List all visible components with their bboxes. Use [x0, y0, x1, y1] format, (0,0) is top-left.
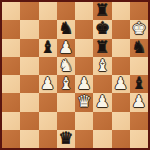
square-d3[interactable]	[57, 93, 75, 111]
square-g4[interactable]: ♟	[112, 75, 130, 93]
white-pawn-piece: ♟	[77, 75, 92, 93]
square-e3[interactable]: ♛	[75, 93, 93, 111]
square-b2[interactable]	[20, 112, 38, 130]
black-knight-piece: ♞	[58, 20, 73, 38]
square-c8[interactable]	[39, 2, 57, 20]
square-d6[interactable]: ♟	[57, 39, 75, 57]
square-a7[interactable]	[2, 20, 20, 38]
square-f7[interactable]: ♚	[93, 20, 111, 38]
square-b7[interactable]	[20, 20, 38, 38]
square-a6[interactable]	[2, 39, 20, 57]
white-king-piece: ♚	[131, 20, 146, 38]
square-b8[interactable]	[20, 2, 38, 20]
square-h4[interactable]: ♝	[130, 75, 148, 93]
square-a5[interactable]	[2, 57, 20, 75]
square-d8[interactable]	[57, 2, 75, 20]
square-b6[interactable]	[20, 39, 38, 57]
square-b1[interactable]	[20, 130, 38, 148]
white-pawn-piece: ♟	[58, 38, 73, 56]
square-a1[interactable]	[2, 130, 20, 148]
black-rook-piece: ♜	[95, 38, 110, 56]
square-c7[interactable]	[39, 20, 57, 38]
black-rook-piece: ♜	[95, 2, 110, 20]
square-e1[interactable]	[75, 130, 93, 148]
board-grid: ♜♞♚♚♝♟♜♞♞♝♟♝♟♟♝♛♟♟♛	[0, 0, 150, 150]
square-e6[interactable]	[75, 39, 93, 57]
black-bishop-piece: ♝	[40, 38, 55, 56]
square-a4[interactable]	[2, 75, 20, 93]
square-e4[interactable]: ♟	[75, 75, 93, 93]
square-c5[interactable]	[39, 57, 57, 75]
square-d1[interactable]: ♛	[57, 130, 75, 148]
square-c1[interactable]	[39, 130, 57, 148]
square-b3[interactable]	[20, 93, 38, 111]
square-f2[interactable]	[93, 112, 111, 130]
square-h7[interactable]: ♚	[130, 20, 148, 38]
white-bishop-piece: ♝	[58, 75, 73, 93]
square-g7[interactable]	[112, 20, 130, 38]
square-g1[interactable]	[112, 130, 130, 148]
square-b4[interactable]	[20, 75, 38, 93]
square-d5[interactable]: ♞	[57, 57, 75, 75]
square-d7[interactable]: ♞	[57, 20, 75, 38]
square-f5[interactable]: ♝	[93, 57, 111, 75]
square-g3[interactable]	[112, 93, 130, 111]
white-pawn-piece: ♟	[113, 75, 128, 93]
square-h1[interactable]	[130, 130, 148, 148]
square-h5[interactable]	[130, 57, 148, 75]
square-f6[interactable]: ♜	[93, 39, 111, 57]
square-e8[interactable]	[75, 2, 93, 20]
black-king-piece: ♚	[95, 20, 110, 38]
square-g8[interactable]	[112, 2, 130, 20]
square-h6[interactable]: ♞	[130, 39, 148, 57]
square-f3[interactable]: ♟	[93, 93, 111, 111]
square-e7[interactable]	[75, 20, 93, 38]
white-queen-piece: ♛	[77, 93, 92, 111]
square-c4[interactable]: ♟	[39, 75, 57, 93]
square-e2[interactable]	[75, 112, 93, 130]
square-h2[interactable]	[130, 112, 148, 130]
square-c3[interactable]	[39, 93, 57, 111]
black-knight-piece: ♞	[131, 38, 146, 56]
white-bishop-piece: ♝	[95, 56, 110, 74]
square-g2[interactable]	[112, 112, 130, 130]
square-h3[interactable]: ♟	[130, 93, 148, 111]
square-h8[interactable]	[130, 2, 148, 20]
square-d4[interactable]: ♝	[57, 75, 75, 93]
square-a3[interactable]	[2, 93, 20, 111]
square-f8[interactable]: ♜	[93, 2, 111, 20]
square-c6[interactable]: ♝	[39, 39, 57, 57]
square-f4[interactable]	[93, 75, 111, 93]
square-b5[interactable]	[20, 57, 38, 75]
white-pawn-piece: ♟	[95, 93, 110, 111]
square-a2[interactable]	[2, 112, 20, 130]
square-f1[interactable]	[93, 130, 111, 148]
chessboard: ♜♞♚♚♝♟♜♞♞♝♟♝♟♟♝♛♟♟♛	[0, 0, 150, 150]
square-c2[interactable]	[39, 112, 57, 130]
white-knight-piece: ♞	[58, 56, 73, 74]
black-bishop-piece: ♝	[131, 75, 146, 93]
white-pawn-piece: ♟	[131, 93, 146, 111]
square-g5[interactable]	[112, 57, 130, 75]
square-a8[interactable]	[2, 2, 20, 20]
square-d2[interactable]	[57, 112, 75, 130]
white-pawn-piece: ♟	[40, 75, 55, 93]
black-queen-piece: ♛	[58, 129, 73, 147]
square-g6[interactable]	[112, 39, 130, 57]
square-e5[interactable]	[75, 57, 93, 75]
